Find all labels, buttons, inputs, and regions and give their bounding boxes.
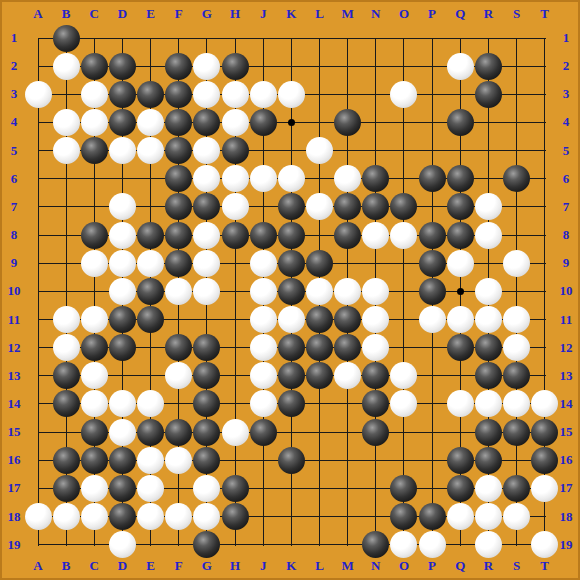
col-label-bottom: M — [334, 556, 362, 576]
row-label-left: 3 — [2, 84, 26, 104]
black-stone-K9[interactable] — [278, 250, 305, 277]
white-stone-H15[interactable] — [222, 419, 249, 446]
white-stone-C11[interactable] — [81, 306, 108, 333]
black-stone-L11[interactable] — [306, 306, 333, 333]
white-stone-J6[interactable] — [250, 165, 277, 192]
white-stone-S11[interactable] — [503, 306, 530, 333]
black-stone-B14[interactable] — [53, 390, 80, 417]
black-stone-P6[interactable] — [419, 165, 446, 192]
white-stone-L10[interactable] — [306, 278, 333, 305]
white-stone-L7[interactable] — [306, 193, 333, 220]
white-stone-K3[interactable] — [278, 81, 305, 108]
white-stone-E16[interactable] — [137, 447, 164, 474]
black-stone-R16[interactable] — [475, 447, 502, 474]
row-label-right: 12 — [554, 338, 578, 358]
black-stone-G14[interactable] — [193, 390, 220, 417]
black-stone-S13[interactable] — [503, 362, 530, 389]
col-label-top: P — [418, 4, 446, 24]
col-label-top: A — [24, 4, 52, 24]
white-stone-S9[interactable] — [503, 250, 530, 277]
white-stone-C3[interactable] — [81, 81, 108, 108]
row-label-left: 16 — [2, 450, 26, 470]
white-stone-R14[interactable] — [475, 390, 502, 417]
black-stone-E3[interactable] — [137, 81, 164, 108]
black-stone-L12[interactable] — [306, 334, 333, 361]
row-label-left: 5 — [2, 141, 26, 161]
white-stone-G18[interactable] — [193, 503, 220, 530]
black-stone-M11[interactable] — [334, 306, 361, 333]
row-label-left: 10 — [2, 281, 26, 301]
black-stone-F15[interactable] — [165, 419, 192, 446]
black-stone-G7[interactable] — [193, 193, 220, 220]
white-stone-H6[interactable] — [222, 165, 249, 192]
white-stone-E18[interactable] — [137, 503, 164, 530]
black-stone-F9[interactable] — [165, 250, 192, 277]
black-stone-H2[interactable] — [222, 53, 249, 80]
white-stone-K11[interactable] — [278, 306, 305, 333]
black-stone-N14[interactable] — [362, 390, 389, 417]
black-stone-D4[interactable] — [109, 109, 136, 136]
black-stone-T16[interactable] — [531, 447, 558, 474]
black-stone-L13[interactable] — [306, 362, 333, 389]
white-stone-A3[interactable] — [25, 81, 52, 108]
col-label-top: C — [80, 4, 108, 24]
row-label-left: 19 — [2, 535, 26, 555]
black-stone-F8[interactable] — [165, 222, 192, 249]
white-stone-R7[interactable] — [475, 193, 502, 220]
col-label-bottom: B — [52, 556, 80, 576]
row-label-right: 10 — [554, 281, 578, 301]
col-label-bottom: S — [503, 556, 531, 576]
col-label-top: H — [221, 4, 249, 24]
black-stone-N19[interactable] — [362, 531, 389, 558]
black-stone-C16[interactable] — [81, 447, 108, 474]
row-label-left: 2 — [2, 56, 26, 76]
black-stone-Q12[interactable] — [447, 334, 474, 361]
black-stone-C12[interactable] — [81, 334, 108, 361]
row-label-left: 12 — [2, 338, 26, 358]
black-stone-B1[interactable] — [53, 25, 80, 52]
black-stone-S17[interactable] — [503, 475, 530, 502]
black-stone-G13[interactable] — [193, 362, 220, 389]
black-stone-Q8[interactable] — [447, 222, 474, 249]
black-stone-J8[interactable] — [250, 222, 277, 249]
black-stone-B13[interactable] — [53, 362, 80, 389]
row-label-left: 9 — [2, 253, 26, 273]
white-stone-J11[interactable] — [250, 306, 277, 333]
row-label-right: 8 — [554, 225, 578, 245]
white-stone-D10[interactable] — [109, 278, 136, 305]
black-stone-H8[interactable] — [222, 222, 249, 249]
black-stone-J4[interactable] — [250, 109, 277, 136]
col-label-top: D — [108, 4, 136, 24]
black-stone-Q6[interactable] — [447, 165, 474, 192]
white-stone-F10[interactable] — [165, 278, 192, 305]
white-stone-F18[interactable] — [165, 503, 192, 530]
black-stone-B17[interactable] — [53, 475, 80, 502]
black-stone-F6[interactable] — [165, 165, 192, 192]
white-stone-M10[interactable] — [334, 278, 361, 305]
col-label-top: L — [306, 4, 334, 24]
white-stone-G2[interactable] — [193, 53, 220, 80]
black-stone-Q16[interactable] — [447, 447, 474, 474]
white-stone-O3[interactable] — [390, 81, 417, 108]
black-stone-O7[interactable] — [390, 193, 417, 220]
white-stone-C17[interactable] — [81, 475, 108, 502]
col-label-top: Q — [446, 4, 474, 24]
black-stone-G16[interactable] — [193, 447, 220, 474]
col-label-bottom: F — [165, 556, 193, 576]
black-stone-P10[interactable] — [419, 278, 446, 305]
white-stone-B4[interactable] — [53, 109, 80, 136]
col-label-top: T — [531, 4, 559, 24]
white-stone-B5[interactable] — [53, 137, 80, 164]
white-stone-D14[interactable] — [109, 390, 136, 417]
row-label-left: 1 — [2, 28, 26, 48]
white-stone-J13[interactable] — [250, 362, 277, 389]
black-stone-C15[interactable] — [81, 419, 108, 446]
col-label-bottom: E — [137, 556, 165, 576]
row-label-left: 18 — [2, 507, 26, 527]
row-label-right: 18 — [554, 507, 578, 527]
row-label-left: 17 — [2, 478, 26, 498]
white-stone-B11[interactable] — [53, 306, 80, 333]
col-label-bottom: N — [362, 556, 390, 576]
white-stone-S18[interactable] — [503, 503, 530, 530]
white-stone-F13[interactable] — [165, 362, 192, 389]
black-stone-H18[interactable] — [222, 503, 249, 530]
white-stone-C14[interactable] — [81, 390, 108, 417]
white-stone-B12[interactable] — [53, 334, 80, 361]
row-label-right: 13 — [554, 366, 578, 386]
black-stone-J15[interactable] — [250, 419, 277, 446]
white-stone-R10[interactable] — [475, 278, 502, 305]
white-stone-E5[interactable] — [137, 137, 164, 164]
black-stone-F4[interactable] — [165, 109, 192, 136]
white-stone-M6[interactable] — [334, 165, 361, 192]
grid-line-vertical — [38, 38, 39, 546]
black-stone-Q4[interactable] — [447, 109, 474, 136]
white-stone-P19[interactable] — [419, 531, 446, 558]
black-stone-N13[interactable] — [362, 362, 389, 389]
col-label-top: F — [165, 4, 193, 24]
black-stone-F3[interactable] — [165, 81, 192, 108]
row-label-right: 7 — [554, 197, 578, 217]
row-label-right: 2 — [554, 56, 578, 76]
black-stone-D17[interactable] — [109, 475, 136, 502]
white-stone-K6[interactable] — [278, 165, 305, 192]
white-stone-E4[interactable] — [137, 109, 164, 136]
black-stone-D2[interactable] — [109, 53, 136, 80]
black-stone-C8[interactable] — [81, 222, 108, 249]
white-stone-R18[interactable] — [475, 503, 502, 530]
col-label-bottom: J — [249, 556, 277, 576]
black-stone-Q7[interactable] — [447, 193, 474, 220]
black-stone-K14[interactable] — [278, 390, 305, 417]
row-label-right: 3 — [554, 84, 578, 104]
star-point — [288, 119, 295, 126]
white-stone-J10[interactable] — [250, 278, 277, 305]
col-label-bottom: T — [531, 556, 559, 576]
black-stone-E10[interactable] — [137, 278, 164, 305]
black-stone-B16[interactable] — [53, 447, 80, 474]
white-stone-D8[interactable] — [109, 222, 136, 249]
black-stone-P18[interactable] — [419, 503, 446, 530]
row-label-left: 4 — [2, 112, 26, 132]
black-stone-C2[interactable] — [81, 53, 108, 80]
black-stone-O18[interactable] — [390, 503, 417, 530]
row-label-right: 5 — [554, 141, 578, 161]
black-stone-D16[interactable] — [109, 447, 136, 474]
col-label-top: J — [249, 4, 277, 24]
black-stone-N6[interactable] — [362, 165, 389, 192]
black-stone-L9[interactable] — [306, 250, 333, 277]
white-stone-C13[interactable] — [81, 362, 108, 389]
white-stone-C4[interactable] — [81, 109, 108, 136]
grid-line-horizontal — [38, 38, 546, 39]
white-stone-B2[interactable] — [53, 53, 80, 80]
row-label-left: 7 — [2, 197, 26, 217]
col-label-top: M — [334, 4, 362, 24]
black-stone-M7[interactable] — [334, 193, 361, 220]
black-stone-G12[interactable] — [193, 334, 220, 361]
black-stone-K7[interactable] — [278, 193, 305, 220]
row-label-right: 11 — [554, 310, 578, 330]
col-label-top: O — [390, 4, 418, 24]
black-stone-K8[interactable] — [278, 222, 305, 249]
white-stone-N11[interactable] — [362, 306, 389, 333]
row-label-left: 8 — [2, 225, 26, 245]
row-label-right: 9 — [554, 253, 578, 273]
black-stone-R13[interactable] — [475, 362, 502, 389]
black-stone-S6[interactable] — [503, 165, 530, 192]
black-stone-O17[interactable] — [390, 475, 417, 502]
white-stone-O8[interactable] — [390, 222, 417, 249]
white-stone-Q11[interactable] — [447, 306, 474, 333]
white-stone-S14[interactable] — [503, 390, 530, 417]
white-stone-E9[interactable] — [137, 250, 164, 277]
white-stone-N10[interactable] — [362, 278, 389, 305]
col-label-top: G — [193, 4, 221, 24]
white-stone-D15[interactable] — [109, 419, 136, 446]
row-label-right: 4 — [554, 112, 578, 132]
white-stone-Q18[interactable] — [447, 503, 474, 530]
black-stone-E15[interactable] — [137, 419, 164, 446]
black-stone-T15[interactable] — [531, 419, 558, 446]
white-stone-J14[interactable] — [250, 390, 277, 417]
white-stone-R11[interactable] — [475, 306, 502, 333]
row-label-right: 6 — [554, 169, 578, 189]
col-label-top: N — [362, 4, 390, 24]
white-stone-E14[interactable] — [137, 390, 164, 417]
black-stone-R12[interactable] — [475, 334, 502, 361]
white-stone-J3[interactable] — [250, 81, 277, 108]
white-stone-T17[interactable] — [531, 475, 558, 502]
col-label-top: S — [503, 4, 531, 24]
white-stone-N8[interactable] — [362, 222, 389, 249]
white-stone-D5[interactable] — [109, 137, 136, 164]
black-stone-R2[interactable] — [475, 53, 502, 80]
star-point — [457, 288, 464, 295]
black-stone-C5[interactable] — [81, 137, 108, 164]
black-stone-H17[interactable] — [222, 475, 249, 502]
col-label-bottom: K — [277, 556, 305, 576]
white-stone-R17[interactable] — [475, 475, 502, 502]
col-label-bottom: C — [80, 556, 108, 576]
white-stone-O13[interactable] — [390, 362, 417, 389]
black-stone-D11[interactable] — [109, 306, 136, 333]
white-stone-G6[interactable] — [193, 165, 220, 192]
col-label-bottom: O — [390, 556, 418, 576]
white-stone-R19[interactable] — [475, 531, 502, 558]
row-label-right: 1 — [554, 28, 578, 48]
grid-line-vertical — [516, 38, 517, 546]
go-board[interactable]: AABBCCDDEEFFGGHHJJKKLLMMNNOOPPQQRRSSTT11… — [0, 0, 580, 580]
white-stone-D19[interactable] — [109, 531, 136, 558]
black-stone-Q17[interactable] — [447, 475, 474, 502]
row-label-left: 14 — [2, 394, 26, 414]
black-stone-G15[interactable] — [193, 419, 220, 446]
black-stone-F2[interactable] — [165, 53, 192, 80]
col-label-bottom: G — [193, 556, 221, 576]
black-stone-S15[interactable] — [503, 419, 530, 446]
white-stone-B18[interactable] — [53, 503, 80, 530]
white-stone-O14[interactable] — [390, 390, 417, 417]
white-stone-G17[interactable] — [193, 475, 220, 502]
black-stone-G4[interactable] — [193, 109, 220, 136]
white-stone-L5[interactable] — [306, 137, 333, 164]
white-stone-J9[interactable] — [250, 250, 277, 277]
black-stone-N15[interactable] — [362, 419, 389, 446]
white-stone-H4[interactable] — [222, 109, 249, 136]
col-label-top: E — [137, 4, 165, 24]
black-stone-H5[interactable] — [222, 137, 249, 164]
white-stone-Q14[interactable] — [447, 390, 474, 417]
black-stone-P8[interactable] — [419, 222, 446, 249]
black-stone-D3[interactable] — [109, 81, 136, 108]
white-stone-G3[interactable] — [193, 81, 220, 108]
white-stone-M13[interactable] — [334, 362, 361, 389]
row-label-left: 15 — [2, 422, 26, 442]
black-stone-P9[interactable] — [419, 250, 446, 277]
black-stone-K10[interactable] — [278, 278, 305, 305]
col-label-top: B — [52, 4, 80, 24]
black-stone-N7[interactable] — [362, 193, 389, 220]
white-stone-D7[interactable] — [109, 193, 136, 220]
white-stone-Q9[interactable] — [447, 250, 474, 277]
black-stone-D12[interactable] — [109, 334, 136, 361]
black-stone-R15[interactable] — [475, 419, 502, 446]
col-label-top: K — [277, 4, 305, 24]
white-stone-G10[interactable] — [193, 278, 220, 305]
white-stone-G9[interactable] — [193, 250, 220, 277]
black-stone-F5[interactable] — [165, 137, 192, 164]
black-stone-G19[interactable] — [193, 531, 220, 558]
white-stone-A18[interactable] — [25, 503, 52, 530]
black-stone-K13[interactable] — [278, 362, 305, 389]
white-stone-H7[interactable] — [222, 193, 249, 220]
black-stone-F7[interactable] — [165, 193, 192, 220]
white-stone-C18[interactable] — [81, 503, 108, 530]
col-label-bottom: D — [108, 556, 136, 576]
white-stone-J12[interactable] — [250, 334, 277, 361]
row-label-left: 6 — [2, 169, 26, 189]
white-stone-D9[interactable] — [109, 250, 136, 277]
white-stone-R8[interactable] — [475, 222, 502, 249]
white-stone-H3[interactable] — [222, 81, 249, 108]
black-stone-E8[interactable] — [137, 222, 164, 249]
white-stone-F16[interactable] — [165, 447, 192, 474]
white-stone-G5[interactable] — [193, 137, 220, 164]
black-stone-K12[interactable] — [278, 334, 305, 361]
black-stone-E11[interactable] — [137, 306, 164, 333]
black-stone-M8[interactable] — [334, 222, 361, 249]
col-label-bottom: L — [306, 556, 334, 576]
row-label-left: 11 — [2, 310, 26, 330]
col-label-top: R — [474, 4, 502, 24]
col-label-bottom: Q — [446, 556, 474, 576]
black-stone-K16[interactable] — [278, 447, 305, 474]
black-stone-M4[interactable] — [334, 109, 361, 136]
white-stone-Q2[interactable] — [447, 53, 474, 80]
col-label-bottom: R — [474, 556, 502, 576]
col-label-bottom: P — [418, 556, 446, 576]
white-stone-E17[interactable] — [137, 475, 164, 502]
white-stone-N12[interactable] — [362, 334, 389, 361]
white-stone-S12[interactable] — [503, 334, 530, 361]
grid-line-vertical — [403, 38, 404, 546]
black-stone-M12[interactable] — [334, 334, 361, 361]
col-label-bottom: A — [24, 556, 52, 576]
white-stone-G8[interactable] — [193, 222, 220, 249]
col-label-bottom: H — [221, 556, 249, 576]
black-stone-R3[interactable] — [475, 81, 502, 108]
row-label-left: 13 — [2, 366, 26, 386]
black-stone-D18[interactable] — [109, 503, 136, 530]
white-stone-P11[interactable] — [419, 306, 446, 333]
white-stone-O19[interactable] — [390, 531, 417, 558]
black-stone-F12[interactable] — [165, 334, 192, 361]
white-stone-C9[interactable] — [81, 250, 108, 277]
